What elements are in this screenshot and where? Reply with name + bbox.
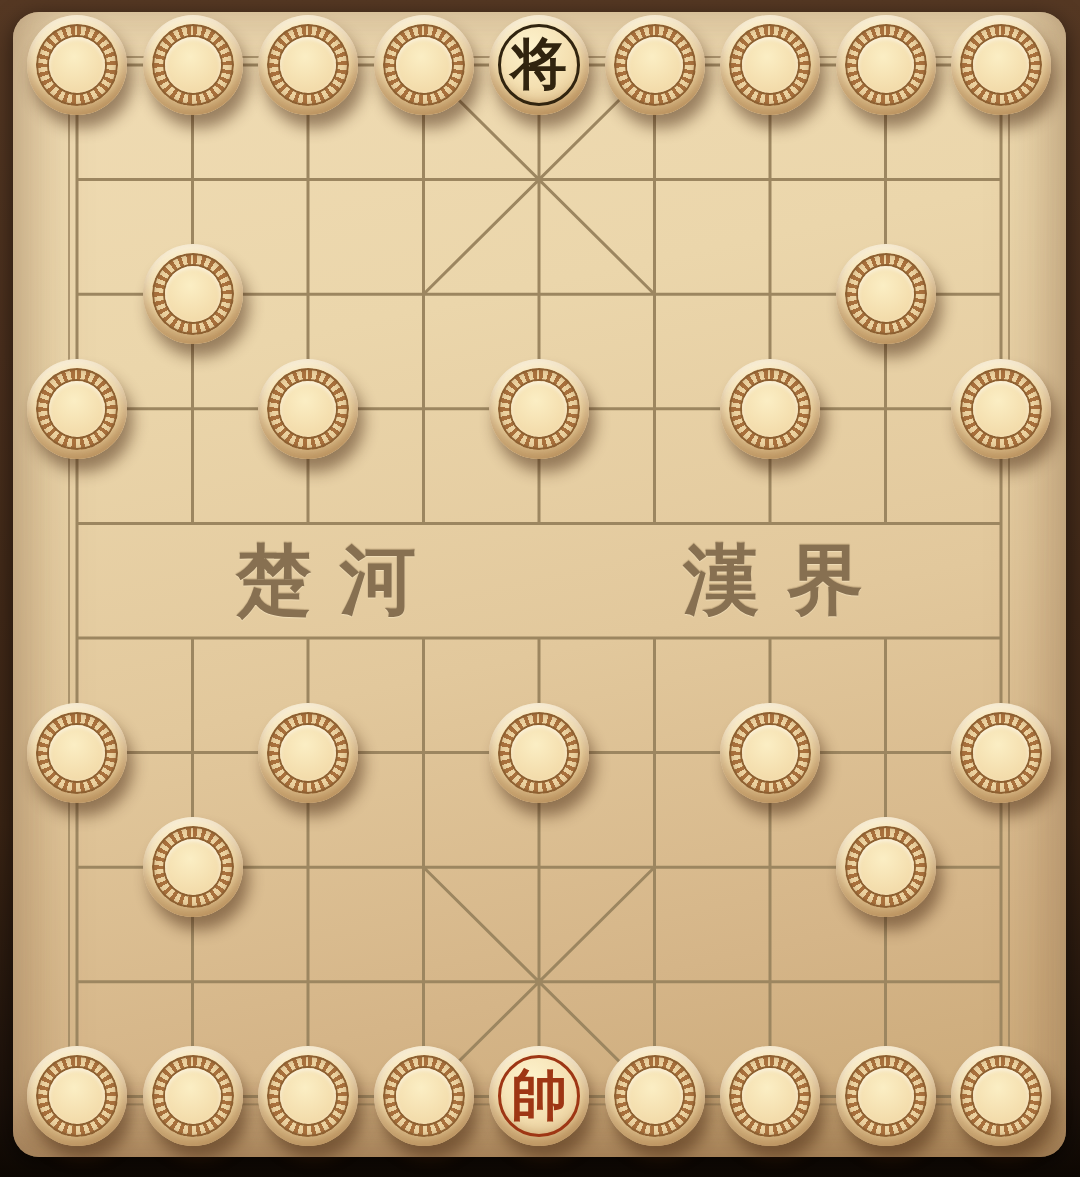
ornate-ring (36, 1055, 118, 1137)
general-glyph: 将 (511, 36, 567, 92)
piece-hidden[interactable] (143, 1046, 243, 1146)
piece-hidden[interactable] (836, 244, 936, 344)
piece-hidden[interactable] (489, 703, 589, 803)
piece-hidden[interactable] (720, 703, 820, 803)
ornate-ring (614, 1055, 696, 1137)
ornate-ring (152, 253, 234, 335)
river-label-right: 漢界 (683, 529, 891, 632)
ring-core (49, 37, 105, 93)
ring-core (742, 1068, 798, 1124)
piece-hidden[interactable] (489, 359, 589, 459)
ornate-ring (36, 368, 118, 450)
ornate-ring (845, 253, 927, 335)
general-glyph: 帥 (511, 1067, 567, 1123)
ornate-ring (729, 24, 811, 106)
piece-hidden[interactable] (836, 1046, 936, 1146)
ring-core (858, 1068, 914, 1124)
ring-core (396, 1068, 452, 1124)
ring-core (858, 266, 914, 322)
ring-core (49, 381, 105, 437)
ring-core (742, 725, 798, 781)
ring-core (742, 37, 798, 93)
ring-core (165, 266, 221, 322)
piece-hidden[interactable] (605, 1046, 705, 1146)
ring-core (165, 37, 221, 93)
piece-hidden[interactable] (951, 1046, 1051, 1146)
ring-core (973, 725, 1029, 781)
ornate-ring (729, 712, 811, 794)
piece-hidden[interactable] (951, 15, 1051, 115)
ring-core (49, 1068, 105, 1124)
ornate-ring (267, 1055, 349, 1137)
piece-hidden[interactable] (258, 359, 358, 459)
ring-core (511, 381, 567, 437)
ornate-ring (36, 24, 118, 106)
piece-hidden[interactable] (605, 15, 705, 115)
ornate-ring (498, 368, 580, 450)
ornate-ring (267, 24, 349, 106)
ornate-ring (960, 24, 1042, 106)
ornate-ring (267, 368, 349, 450)
ring-core (627, 1068, 683, 1124)
piece-hidden[interactable] (720, 1046, 820, 1146)
ring-core (280, 725, 336, 781)
ornate-ring (960, 712, 1042, 794)
piece-hidden[interactable] (258, 1046, 358, 1146)
piece-hidden[interactable] (836, 15, 936, 115)
ring-core (165, 839, 221, 895)
ring-core (165, 1068, 221, 1124)
piece-hidden[interactable] (143, 15, 243, 115)
ring-core (280, 37, 336, 93)
piece-hidden[interactable] (374, 15, 474, 115)
piece-hidden[interactable] (374, 1046, 474, 1146)
ring-core (858, 37, 914, 93)
piece-hidden[interactable] (951, 703, 1051, 803)
ornate-ring (729, 368, 811, 450)
piece-hidden[interactable] (143, 817, 243, 917)
piece-hidden[interactable] (258, 703, 358, 803)
river-label-left: 楚河 (236, 529, 444, 632)
ornate-ring (845, 826, 927, 908)
ring-core (396, 37, 452, 93)
ring-core (49, 725, 105, 781)
ornate-ring (383, 1055, 465, 1137)
piece-red-general[interactable]: 帥 (489, 1046, 589, 1146)
piece-black-general[interactable]: 将 (489, 15, 589, 115)
board-frame: 楚河 漢界 将帥 (0, 0, 1080, 1177)
piece-hidden[interactable] (27, 1046, 127, 1146)
ornate-ring (729, 1055, 811, 1137)
ring-core (858, 839, 914, 895)
ornate-ring (498, 712, 580, 794)
ring-core (973, 1068, 1029, 1124)
ornate-ring (267, 712, 349, 794)
ring-core (973, 37, 1029, 93)
piece-hidden[interactable] (720, 15, 820, 115)
ornate-ring (152, 826, 234, 908)
ring-core (280, 1068, 336, 1124)
piece-hidden[interactable] (27, 703, 127, 803)
ornate-ring (152, 24, 234, 106)
ornate-ring (152, 1055, 234, 1137)
board-grid (0, 0, 1080, 1177)
piece-hidden[interactable] (836, 817, 936, 917)
ornate-ring (36, 712, 118, 794)
piece-hidden[interactable] (27, 359, 127, 459)
piece-hidden[interactable] (27, 15, 127, 115)
ornate-ring (845, 1055, 927, 1137)
ring-core (511, 725, 567, 781)
ornate-ring (383, 24, 465, 106)
ring-core (742, 381, 798, 437)
general-ring: 帥 (498, 1055, 580, 1137)
ornate-ring (614, 24, 696, 106)
piece-hidden[interactable] (720, 359, 820, 459)
piece-hidden[interactable] (143, 244, 243, 344)
ring-core (627, 37, 683, 93)
ornate-ring (845, 24, 927, 106)
piece-hidden[interactable] (951, 359, 1051, 459)
ring-core (280, 381, 336, 437)
ring-core (973, 381, 1029, 437)
ornate-ring (960, 368, 1042, 450)
piece-hidden[interactable] (258, 15, 358, 115)
ornate-ring (960, 1055, 1042, 1137)
general-ring: 将 (498, 24, 580, 106)
